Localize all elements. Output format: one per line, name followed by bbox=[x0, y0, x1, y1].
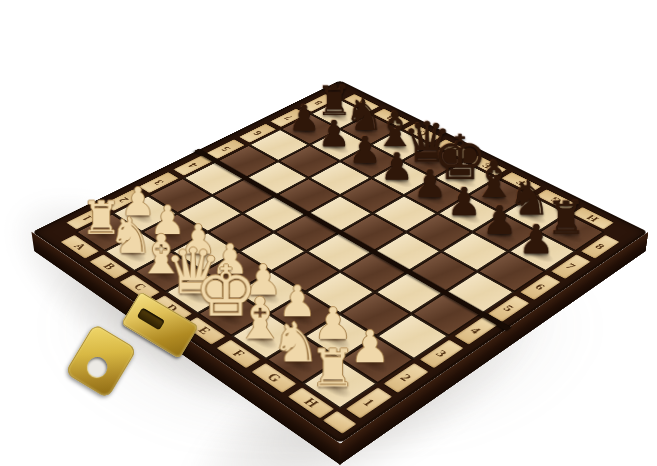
brass-latch bbox=[66, 296, 226, 416]
latch-hasp bbox=[65, 323, 138, 398]
white-rook-icon: ♜ bbox=[281, 343, 384, 395]
black-pawn-icon: ♟ bbox=[490, 220, 582, 260]
latch-slot bbox=[137, 307, 165, 330]
photo-stage: ABCDEFGH8877665544332211ABCDEFGH ♜♞♝♛♚♝♞… bbox=[0, 0, 657, 466]
latch-hole bbox=[84, 353, 111, 380]
